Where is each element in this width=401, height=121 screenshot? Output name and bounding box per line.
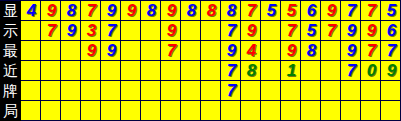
grid-cell: 7 — [341, 1, 361, 21]
grid-cell: 6 — [301, 1, 321, 21]
result-digit: 5 — [305, 22, 316, 39]
grid-cell — [21, 101, 41, 121]
grid-cell — [61, 41, 81, 61]
grid-cell: 9 — [381, 61, 401, 81]
grid-cell — [241, 81, 261, 101]
grid-cell: 9 — [81, 41, 101, 61]
grid-cell — [181, 81, 201, 101]
result-digit: 3 — [85, 22, 96, 39]
grid-cell: 9 — [161, 21, 181, 41]
result-digit: 6 — [305, 2, 316, 19]
grid-cell — [341, 81, 361, 101]
grid-cell — [201, 41, 221, 61]
grid-cell: 9 — [41, 1, 61, 21]
grid-cell — [321, 61, 341, 81]
grid-cell — [121, 81, 141, 101]
grid-cell — [141, 21, 161, 41]
result-digit: 7 — [345, 62, 356, 79]
result-digit: 8 — [185, 2, 196, 19]
grid-cell: 9 — [361, 21, 381, 41]
result-digit: 8 — [225, 2, 236, 19]
result-digit: 9 — [345, 22, 356, 39]
grid-cell: 6 — [381, 21, 401, 41]
grid-cell — [161, 81, 181, 101]
grid-cell — [201, 81, 221, 101]
grid-cell: 8 — [221, 1, 241, 21]
grid-cell: 9 — [61, 21, 81, 41]
result-digit: 9 — [365, 22, 376, 39]
grid-cell — [321, 101, 341, 121]
grid-cell: 7 — [221, 21, 241, 41]
grid-cell — [301, 61, 321, 81]
result-digit: 9 — [285, 42, 296, 59]
grid-cell — [201, 101, 221, 121]
grid-cell — [21, 41, 41, 61]
result-digit: 9 — [165, 22, 176, 39]
result-digit: 9 — [85, 42, 96, 59]
result-digit: 9 — [245, 22, 256, 39]
grid-cell: 3 — [81, 21, 101, 41]
grid-cell: 7 — [101, 21, 121, 41]
grid-cell: 7 — [161, 41, 181, 61]
result-digit: 9 — [125, 2, 136, 19]
grid-cell: 7 — [221, 61, 241, 81]
grid-cell — [121, 21, 141, 41]
grid-cell: 7 — [81, 1, 101, 21]
result-digit: 9 — [165, 2, 176, 19]
grid-cell — [281, 81, 301, 101]
grid-cell — [341, 101, 361, 121]
grid-cell — [321, 41, 341, 61]
grid-cell — [261, 101, 281, 121]
result-digit: 7 — [325, 22, 336, 39]
result-digit: 8 — [65, 2, 76, 19]
grid-cell: 7 — [321, 21, 341, 41]
recent-results-board: 显 示 最 近 牌 局 4987998988875569775793797975… — [0, 0, 401, 121]
grid-cell: 7 — [381, 41, 401, 61]
grid-cell — [321, 81, 341, 101]
grid-cell — [181, 101, 201, 121]
grid-cell: 8 — [241, 61, 261, 81]
result-digit: 9 — [105, 42, 116, 59]
grid-cell — [241, 101, 261, 121]
grid-cell: 7 — [221, 81, 241, 101]
result-digit: 8 — [305, 42, 316, 59]
result-digit: 7 — [225, 22, 236, 39]
grid-cell — [301, 81, 321, 101]
title-char: 最 — [0, 41, 21, 61]
grid-cell: 4 — [241, 41, 261, 61]
result-digit: 7 — [365, 42, 376, 59]
grid-cell: 9 — [101, 41, 121, 61]
title-char: 近 — [0, 61, 21, 81]
result-digit: 7 — [365, 2, 376, 19]
grid-cell — [61, 81, 81, 101]
result-digit: 9 — [225, 42, 236, 59]
grid-cell — [61, 61, 81, 81]
grid-cell — [301, 101, 321, 121]
grid-cell — [261, 61, 281, 81]
grid-cell: 9 — [341, 21, 361, 41]
grid-cell — [41, 61, 61, 81]
grid-cell: 0 — [361, 61, 381, 81]
grid-cell — [181, 61, 201, 81]
grid-cell — [281, 101, 301, 121]
result-digit: 9 — [325, 2, 336, 19]
results-grid: 4987998988875569775793797975799699794989… — [21, 1, 401, 121]
result-digit: 7 — [85, 2, 96, 19]
grid-cell — [121, 41, 141, 61]
grid-cell — [121, 101, 141, 121]
grid-cell — [121, 61, 141, 81]
grid-cell: 5 — [381, 1, 401, 21]
grid-cell — [361, 101, 381, 121]
result-digit: 9 — [65, 22, 76, 39]
grid-cell — [41, 41, 61, 61]
grid-cell — [21, 61, 41, 81]
grid-cell — [181, 41, 201, 61]
grid-cell: 5 — [301, 21, 321, 41]
grid-cell — [141, 61, 161, 81]
result-digit: 7 — [245, 2, 256, 19]
result-digit: 7 — [345, 2, 356, 19]
grid-cell: 9 — [161, 1, 181, 21]
grid-cell: 9 — [221, 41, 241, 61]
grid-cell: 7 — [361, 1, 381, 21]
grid-cell — [221, 101, 241, 121]
grid-cell — [381, 81, 401, 101]
grid-cell: 9 — [281, 41, 301, 61]
grid-cell: 7 — [241, 1, 261, 21]
title-char: 局 — [0, 101, 21, 121]
grid-cell — [41, 101, 61, 121]
grid-cell: 8 — [61, 1, 81, 21]
result-digit: 4 — [25, 2, 36, 19]
grid-cell — [21, 81, 41, 101]
grid-cell: 1 — [281, 61, 301, 81]
result-digit: 7 — [225, 82, 236, 99]
result-digit: 0 — [365, 62, 376, 79]
grid-cell — [261, 21, 281, 41]
result-digit: 7 — [165, 42, 176, 59]
result-digit: 9 — [345, 42, 356, 59]
grid-cell: 9 — [341, 41, 361, 61]
result-digit: 9 — [385, 62, 396, 79]
grid-cell — [41, 81, 61, 101]
grid-cell: 5 — [281, 1, 301, 21]
grid-cell: 9 — [321, 1, 341, 21]
grid-cell — [101, 61, 121, 81]
grid-cell — [101, 101, 121, 121]
grid-cell: 7 — [41, 21, 61, 41]
grid-cell: 8 — [141, 1, 161, 21]
grid-cell — [361, 81, 381, 101]
result-digit: 9 — [45, 2, 56, 19]
grid-cell — [161, 61, 181, 81]
grid-cell: 8 — [301, 41, 321, 61]
grid-cell — [181, 21, 201, 41]
grid-cell — [101, 81, 121, 101]
result-digit: 8 — [205, 2, 216, 19]
title-char: 牌 — [0, 81, 21, 101]
result-digit: 7 — [105, 22, 116, 39]
grid-cell — [81, 101, 101, 121]
result-digit: 7 — [225, 62, 236, 79]
grid-cell: 5 — [261, 1, 281, 21]
result-digit: 7 — [45, 22, 56, 39]
grid-cell: 8 — [181, 1, 201, 21]
grid-cell — [81, 61, 101, 81]
grid-cell: 7 — [361, 41, 381, 61]
grid-cell — [201, 21, 221, 41]
grid-cell — [141, 81, 161, 101]
result-digit: 7 — [285, 22, 296, 39]
grid-cell — [141, 41, 161, 61]
grid-cell — [201, 61, 221, 81]
grid-cell: 8 — [201, 1, 221, 21]
result-digit: 5 — [385, 2, 396, 19]
result-digit: 9 — [105, 2, 116, 19]
grid-cell: 4 — [21, 1, 41, 21]
grid-cell — [261, 41, 281, 61]
grid-cell: 9 — [241, 21, 261, 41]
grid-cell — [61, 101, 81, 121]
result-digit: 4 — [245, 42, 256, 59]
grid-cell — [21, 21, 41, 41]
result-digit: 1 — [285, 62, 296, 79]
result-digit: 7 — [385, 42, 396, 59]
grid-cell — [161, 101, 181, 121]
result-digit: 5 — [265, 2, 276, 19]
grid-cell — [81, 81, 101, 101]
grid-cell: 7 — [341, 61, 361, 81]
result-digit: 5 — [285, 2, 296, 19]
grid-cell: 7 — [281, 21, 301, 41]
grid-cell — [381, 101, 401, 121]
result-digit: 6 — [385, 22, 396, 39]
board-title-vertical: 显 示 最 近 牌 局 — [0, 1, 21, 121]
grid-cell — [261, 81, 281, 101]
grid-cell — [141, 101, 161, 121]
result-digit: 8 — [245, 62, 256, 79]
grid-cell: 9 — [101, 1, 121, 21]
title-char: 显 — [0, 1, 21, 21]
grid-cell: 9 — [121, 1, 141, 21]
title-char: 示 — [0, 21, 21, 41]
result-digit: 8 — [145, 2, 156, 19]
